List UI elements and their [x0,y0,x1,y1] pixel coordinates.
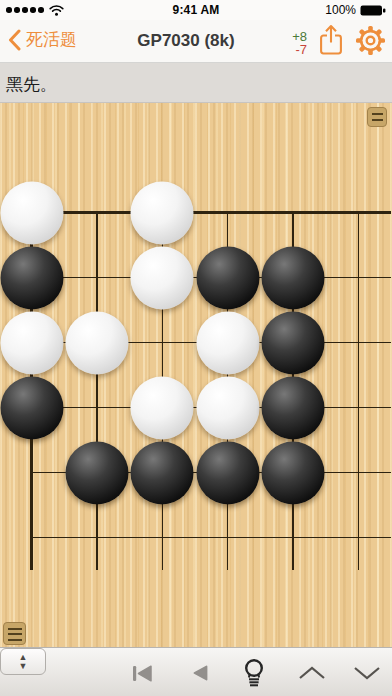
share-button[interactable] [318,24,344,60]
board-intersection[interactable] [0,375,64,440]
bottom-toolbar: ▲ ▼ [0,647,392,696]
white-stone [0,311,63,374]
white-stone [131,376,194,439]
board-intersection[interactable] [195,440,260,505]
rating-down-value: -7 [295,43,307,56]
white-stone [131,181,194,244]
black-stone [261,311,324,374]
next-problem-button[interactable] [352,665,382,681]
board-intersection[interactable] [64,245,129,310]
black-stone [131,441,194,504]
board-intersection[interactable] [326,375,391,440]
step-back-button[interactable] [191,664,209,682]
battery-icon [360,5,386,16]
chevron-up-icon [298,666,326,680]
app-screen: 9:41 AM 100% 死活题 GP7030 (8k) +8 -7 [0,0,392,696]
board-intersection[interactable] [326,505,391,570]
black-stone [196,441,259,504]
board-intersection[interactable] [130,310,195,375]
board-intersection[interactable] [326,245,391,310]
black-stone [261,441,324,504]
board-intersection[interactable] [130,375,195,440]
white-stone [0,181,63,244]
board-intersection[interactable] [195,310,260,375]
board-intersection[interactable] [64,440,129,505]
settings-button[interactable] [355,25,386,60]
board-intersection[interactable] [195,245,260,310]
go-board [0,103,392,647]
board-intersection[interactable] [130,505,195,570]
board-intersection[interactable] [0,180,64,245]
board-intersection[interactable] [64,310,129,375]
board-intersection[interactable] [0,310,64,375]
share-icon [318,24,344,56]
white-stone [196,311,259,374]
auto-reply-stepper-button[interactable]: ▲ ▼ [0,648,46,675]
board-intersection[interactable] [260,310,325,375]
board-intersection[interactable] [130,245,195,310]
hint-button[interactable] [242,657,265,688]
white-stone [65,311,128,374]
board-intersection[interactable] [195,180,260,245]
black-stone [0,376,63,439]
white-stone [196,376,259,439]
board-intersection[interactable] [64,180,129,245]
battery-percent: 100% [325,3,356,17]
board-intersection[interactable] [326,440,391,505]
back-chevron-icon [8,29,21,51]
stepper-up-icon: ▲ [19,653,28,661]
board-intersection[interactable] [64,505,129,570]
board-intersection[interactable] [260,505,325,570]
board-intersection[interactable] [260,440,325,505]
board-intersection[interactable] [130,180,195,245]
hamburger-icon [8,628,22,641]
previous-problem-button[interactable] [297,665,327,681]
back-button-label: 死活题 [26,28,77,51]
board-intersection[interactable] [0,440,64,505]
board-intersection[interactable] [130,440,195,505]
board-intersection[interactable] [260,180,325,245]
hamburger-icon [372,113,383,123]
step-back-icon [192,665,208,681]
to-play-text: 黑先。 [6,73,57,96]
black-stone [196,246,259,309]
status-bar: 9:41 AM 100% [0,0,392,20]
board-intersection[interactable] [0,505,64,570]
white-stone [131,246,194,309]
skip-to-start-icon [132,665,152,682]
stepper-down-icon: ▼ [19,662,28,670]
lightbulb-icon [243,658,265,688]
go-board-grid [0,180,391,570]
gear-icon [355,25,386,56]
black-stone [0,246,63,309]
board-intersection[interactable] [326,180,391,245]
rating-change-badge: +8 -7 [292,28,307,56]
board-intersection[interactable] [326,310,391,375]
black-stone [261,376,324,439]
black-stone [261,246,324,309]
board-intersection[interactable] [260,245,325,310]
board-menu-button-bottom[interactable] [3,622,26,645]
chevron-down-icon [353,666,381,680]
status-right: 100% [325,3,386,17]
skip-to-start-button[interactable] [131,664,153,682]
problem-prompt-bar: 黑先。 [0,63,392,103]
board-intersection[interactable] [64,375,129,440]
back-button[interactable]: 死活题 [8,28,77,51]
board-intersection[interactable] [195,375,260,440]
board-intersection[interactable] [195,505,260,570]
navigation-bar: 死活题 GP7030 (8k) +8 -7 [0,20,392,63]
black-stone [65,441,128,504]
board-intersection[interactable] [260,375,325,440]
board-menu-button-top[interactable] [367,107,387,127]
page-title: GP7030 (8k) [96,31,276,51]
board-intersection[interactable] [0,245,64,310]
nav-right-group: +8 -7 [292,24,386,60]
